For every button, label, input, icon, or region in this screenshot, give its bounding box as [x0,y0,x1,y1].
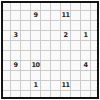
cell-r8c3[interactable]: 1 [30,80,40,90]
cell-r4c1[interactable] [10,40,20,50]
cell-r0c4[interactable] [40,3,50,10]
cell-r6c6[interactable] [60,60,70,70]
cell-r3c9[interactable] [90,30,97,40]
cell-r9c2[interactable] [20,90,30,97]
clue-number: 9 [33,12,37,19]
cell-r5c6[interactable] [60,50,70,60]
clue-number: 4 [83,62,87,69]
cell-r1c2[interactable] [20,10,30,20]
cell-r6c3[interactable]: 10 [30,60,40,70]
cell-r7c2[interactable] [20,70,30,80]
cell-r9c3[interactable] [30,90,40,97]
clue-number: 1 [33,82,37,89]
cell-r1c1[interactable] [10,10,20,20]
cell-r0c3[interactable] [30,3,40,10]
cell-r0c8[interactable] [80,3,90,10]
cell-r0c0[interactable] [3,3,10,10]
clue-number: 11 [61,82,69,89]
cell-r4c2[interactable] [20,40,30,50]
cell-r2c6[interactable] [60,20,70,30]
cell-r5c4[interactable] [40,50,50,60]
cell-r2c4[interactable] [40,20,50,30]
cell-r1c0[interactable] [3,10,10,20]
cell-r8c0[interactable] [3,80,10,90]
cell-r2c9[interactable] [90,20,97,30]
cell-r9c9[interactable] [90,90,97,97]
cell-r0c1[interactable] [10,3,20,10]
cell-r4c6[interactable] [60,40,70,50]
cell-r8c6[interactable]: 11 [60,80,70,90]
cell-r8c7[interactable] [70,80,80,90]
cell-r2c0[interactable] [3,20,10,30]
clue-number: 2 [63,32,67,39]
cell-r2c1[interactable] [10,20,20,30]
cell-r6c9[interactable] [90,60,97,70]
cell-r7c4[interactable] [40,70,50,80]
cell-r3c0[interactable] [3,30,10,40]
cell-r6c7[interactable] [70,60,80,70]
cell-r5c1[interactable] [10,50,20,60]
cell-r4c0[interactable] [3,40,10,50]
cell-r6c5[interactable] [50,60,60,70]
cell-r4c5[interactable] [50,40,60,50]
cell-r1c9[interactable] [90,10,97,20]
cell-r0c2[interactable] [20,3,30,10]
cell-r3c6[interactable]: 2 [60,30,70,40]
cell-r1c8[interactable] [80,10,90,20]
cell-r5c7[interactable] [70,50,80,60]
cell-r3c5[interactable] [50,30,60,40]
cell-r4c9[interactable] [90,40,97,50]
cell-r8c9[interactable] [90,80,97,90]
cell-r6c1[interactable]: 9 [10,60,20,70]
cell-r9c6[interactable] [60,90,70,97]
cell-r4c3[interactable] [30,40,40,50]
cell-r7c1[interactable] [10,70,20,80]
cell-r7c6[interactable] [60,70,70,80]
cell-r3c8[interactable]: 1 [80,30,90,40]
cell-r5c0[interactable] [3,50,10,60]
cell-r6c2[interactable] [20,60,30,70]
cell-r1c4[interactable] [40,10,50,20]
cell-r3c1[interactable]: 3 [10,30,20,40]
cell-r3c3[interactable] [30,30,40,40]
cell-r9c8[interactable] [80,90,90,97]
cell-r2c5[interactable] [50,20,60,30]
puzzle-board: 9113219104111 [1,1,99,99]
cell-r8c1[interactable] [10,80,20,90]
cell-r2c2[interactable] [20,20,30,30]
cell-r1c7[interactable] [70,10,80,20]
cell-r9c0[interactable] [3,90,10,97]
cell-r3c2[interactable] [20,30,30,40]
cell-r2c7[interactable] [70,20,80,30]
cell-r9c4[interactable] [40,90,50,97]
cell-r0c5[interactable] [50,3,60,10]
cell-r8c8[interactable] [80,80,90,90]
cell-r2c8[interactable] [80,20,90,30]
cell-r8c2[interactable] [20,80,30,90]
cell-r8c4[interactable] [40,80,50,90]
cell-r6c8[interactable]: 4 [80,60,90,70]
cell-r7c9[interactable] [90,70,97,80]
cell-r1c6[interactable]: 11 [60,10,70,20]
cell-r4c4[interactable] [40,40,50,50]
cell-r7c7[interactable] [70,70,80,80]
cell-r0c7[interactable] [70,3,80,10]
clue-number: 3 [13,32,17,39]
cell-r0c6[interactable] [60,3,70,10]
cell-r6c4[interactable] [40,60,50,70]
cell-r4c7[interactable] [70,40,80,50]
cell-r1c3[interactable]: 9 [30,10,40,20]
cell-r9c1[interactable] [10,90,20,97]
cell-r7c8[interactable] [80,70,90,80]
clue-number: 11 [61,12,69,19]
cell-r4c8[interactable] [80,40,90,50]
cell-r0c9[interactable] [90,3,97,10]
cell-r5c2[interactable] [20,50,30,60]
clue-number: 1 [83,32,87,39]
puzzle-grid: 9113219104111 [3,3,97,97]
cell-r7c0[interactable] [3,70,10,80]
clue-number: 10 [31,62,39,69]
cell-r5c3[interactable] [30,50,40,60]
cell-r7c3[interactable] [30,70,40,80]
cell-r5c5[interactable] [50,50,60,60]
cell-r5c9[interactable] [90,50,97,60]
cell-r2c3[interactable] [30,20,40,30]
cell-r3c7[interactable] [70,30,80,40]
clue-number: 9 [13,62,17,69]
cell-r1c5[interactable] [50,10,60,20]
cell-r9c7[interactable] [70,90,80,97]
cell-r5c8[interactable] [80,50,90,60]
cell-r6c0[interactable] [3,60,10,70]
cell-r8c5[interactable] [50,80,60,90]
cell-r3c4[interactable] [40,30,50,40]
cell-r9c5[interactable] [50,90,60,97]
cell-r7c5[interactable] [50,70,60,80]
